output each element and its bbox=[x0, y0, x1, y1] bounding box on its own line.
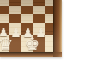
board-frame-right-rail bbox=[53, 0, 62, 57]
chess-board: ♟♟♟♟♛♚ bbox=[0, 0, 62, 57]
board-square bbox=[9, 6, 21, 14]
chess-set-photo: ♟♟♟♟♛♚ bbox=[0, 0, 100, 67]
board-square bbox=[33, 23, 45, 35]
board-square bbox=[33, 6, 45, 14]
board-square bbox=[45, 23, 53, 35]
board-square bbox=[0, 35, 9, 52]
board-square bbox=[21, 14, 33, 23]
board-square bbox=[21, 23, 33, 35]
board-squares-grid bbox=[0, 0, 53, 52]
board-square bbox=[33, 35, 45, 52]
board-square bbox=[0, 23, 9, 35]
board-square bbox=[45, 6, 53, 14]
board-square bbox=[0, 6, 9, 14]
board-square bbox=[9, 14, 21, 23]
board-square bbox=[45, 14, 53, 23]
board-square bbox=[9, 35, 21, 52]
board-frame-corner bbox=[53, 52, 62, 57]
board-square bbox=[9, 23, 21, 35]
board-square bbox=[21, 35, 33, 52]
board-square bbox=[21, 6, 33, 14]
board-square bbox=[33, 14, 45, 23]
board-square bbox=[0, 14, 9, 23]
board-square bbox=[45, 35, 53, 52]
